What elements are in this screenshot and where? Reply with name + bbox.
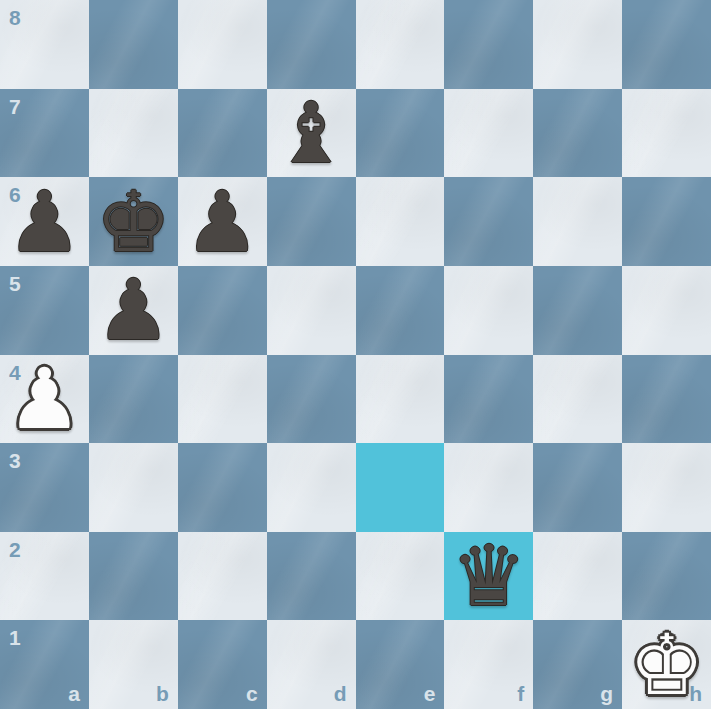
square-h5[interactable] [622, 266, 711, 355]
square-e5[interactable] [356, 266, 445, 355]
square-h2[interactable] [622, 532, 711, 621]
square-c3[interactable] [178, 443, 267, 532]
square-b2[interactable] [89, 532, 178, 621]
square-a6[interactable]: 6♟ [0, 177, 89, 266]
square-e3[interactable] [356, 443, 445, 532]
square-b7[interactable] [89, 89, 178, 178]
square-c4[interactable] [178, 355, 267, 444]
file-label-b: b [156, 683, 169, 704]
square-a7[interactable]: 7 [0, 89, 89, 178]
square-d6[interactable] [267, 177, 356, 266]
square-f3[interactable] [444, 443, 533, 532]
square-g8[interactable] [533, 0, 622, 89]
square-g7[interactable] [533, 89, 622, 178]
square-d3[interactable] [267, 443, 356, 532]
square-d5[interactable] [267, 266, 356, 355]
square-g6[interactable] [533, 177, 622, 266]
square-h6[interactable] [622, 177, 711, 266]
piece-black-bishop[interactable]: ♝ [267, 89, 356, 178]
square-g4[interactable] [533, 355, 622, 444]
square-d8[interactable] [267, 0, 356, 89]
square-c2[interactable] [178, 532, 267, 621]
square-b6[interactable]: ♚ [89, 177, 178, 266]
square-g3[interactable] [533, 443, 622, 532]
piece-black-pawn[interactable]: ♟ [0, 177, 89, 266]
square-d1[interactable]: d [267, 620, 356, 709]
rank-label-8: 8 [9, 7, 21, 28]
square-c6[interactable]: ♟ [178, 177, 267, 266]
square-f2[interactable]: ♛ [444, 532, 533, 621]
file-label-d: d [334, 683, 347, 704]
square-h3[interactable] [622, 443, 711, 532]
square-b5[interactable]: ♟ [89, 266, 178, 355]
rank-label-1: 1 [9, 627, 21, 648]
square-f4[interactable] [444, 355, 533, 444]
square-c8[interactable] [178, 0, 267, 89]
square-e4[interactable] [356, 355, 445, 444]
square-f5[interactable] [444, 266, 533, 355]
square-a1[interactable]: 1a [0, 620, 89, 709]
file-label-c: c [246, 683, 258, 704]
square-d7[interactable]: ♝ [267, 89, 356, 178]
square-a4[interactable]: 4♟ [0, 355, 89, 444]
square-e8[interactable] [356, 0, 445, 89]
square-a2[interactable]: 2 [0, 532, 89, 621]
file-label-g: g [600, 683, 613, 704]
chess-board: 87♝6♟♚♟5♟4♟32♛1abcdefgh♚ [0, 0, 711, 709]
square-b4[interactable] [89, 355, 178, 444]
piece-black-queen[interactable]: ♛ [444, 532, 533, 621]
square-h4[interactable] [622, 355, 711, 444]
piece-white-king[interactable]: ♚ [622, 620, 711, 709]
square-c1[interactable]: c [178, 620, 267, 709]
square-g1[interactable]: g [533, 620, 622, 709]
square-a5[interactable]: 5 [0, 266, 89, 355]
piece-white-pawn[interactable]: ♟ [0, 355, 89, 444]
square-b8[interactable] [89, 0, 178, 89]
file-label-e: e [424, 683, 436, 704]
square-e1[interactable]: e [356, 620, 445, 709]
square-a3[interactable]: 3 [0, 443, 89, 532]
square-f7[interactable] [444, 89, 533, 178]
square-b1[interactable]: b [89, 620, 178, 709]
square-b3[interactable] [89, 443, 178, 532]
square-d4[interactable] [267, 355, 356, 444]
rank-label-5: 5 [9, 273, 21, 294]
rank-label-7: 7 [9, 96, 21, 117]
square-e6[interactable] [356, 177, 445, 266]
rank-label-2: 2 [9, 539, 21, 560]
square-c5[interactable] [178, 266, 267, 355]
piece-black-king[interactable]: ♚ [89, 177, 178, 266]
square-f1[interactable]: f [444, 620, 533, 709]
square-f8[interactable] [444, 0, 533, 89]
piece-black-pawn[interactable]: ♟ [178, 177, 267, 266]
file-label-a: a [68, 683, 80, 704]
piece-black-pawn[interactable]: ♟ [89, 266, 178, 355]
square-c7[interactable] [178, 89, 267, 178]
rank-label-3: 3 [9, 450, 21, 471]
square-f6[interactable] [444, 177, 533, 266]
square-h1[interactable]: h♚ [622, 620, 711, 709]
square-e2[interactable] [356, 532, 445, 621]
square-g2[interactable] [533, 532, 622, 621]
square-h7[interactable] [622, 89, 711, 178]
square-h8[interactable] [622, 0, 711, 89]
square-a8[interactable]: 8 [0, 0, 89, 89]
file-label-f: f [517, 683, 524, 704]
square-e7[interactable] [356, 89, 445, 178]
square-g5[interactable] [533, 266, 622, 355]
square-d2[interactable] [267, 532, 356, 621]
